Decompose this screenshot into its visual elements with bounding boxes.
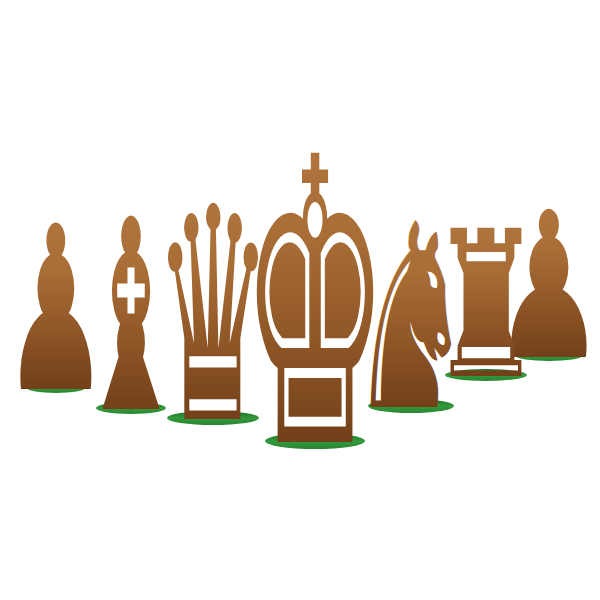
- chess-pieces-photo: ♟♟♝♜♛♞♚: [0, 0, 600, 600]
- piece-group-king: ♚: [240, 74, 389, 536]
- king-piece: ♚: [240, 74, 389, 536]
- product-photo: ♟♟♝♜♛♞♚: [0, 0, 600, 600]
- pieces-row: ♟♟♝♜♛♞♚: [3, 74, 600, 536]
